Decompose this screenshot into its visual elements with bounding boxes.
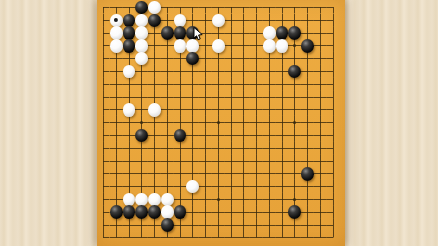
intersection[interactable]: [97, 1, 110, 14]
intersection[interactable]: [135, 155, 148, 168]
intersection[interactable]: [327, 180, 340, 193]
intersection[interactable]: [161, 103, 174, 116]
intersection[interactable]: [263, 65, 276, 78]
intersection[interactable]: [199, 193, 212, 206]
intersection[interactable]: [276, 65, 289, 78]
intersection[interactable]: [148, 129, 161, 142]
intersection[interactable]: [186, 14, 199, 27]
intersection[interactable]: [97, 231, 110, 244]
intersection[interactable]: [186, 180, 199, 193]
intersection[interactable]: [327, 116, 340, 129]
intersection[interactable]: [237, 39, 250, 52]
intersection[interactable]: [123, 103, 136, 116]
intersection[interactable]: [288, 1, 301, 14]
intersection[interactable]: [301, 91, 314, 104]
intersection[interactable]: [135, 91, 148, 104]
intersection[interactable]: [237, 193, 250, 206]
intersection[interactable]: [161, 91, 174, 104]
intersection[interactable]: [212, 14, 225, 27]
intersection[interactable]: [250, 91, 263, 104]
intersection[interactable]: [314, 52, 327, 65]
intersection[interactable]: [97, 78, 110, 91]
intersection[interactable]: [237, 27, 250, 40]
intersection[interactable]: [97, 116, 110, 129]
intersection[interactable]: [186, 103, 199, 116]
intersection[interactable]: [174, 155, 187, 168]
intersection[interactable]: [250, 116, 263, 129]
intersection[interactable]: [110, 116, 123, 129]
intersection[interactable]: [225, 219, 238, 232]
intersection[interactable]: [199, 14, 212, 27]
intersection[interactable]: [174, 1, 187, 14]
intersection[interactable]: [186, 1, 199, 14]
intersection[interactable]: [263, 206, 276, 219]
intersection[interactable]: [97, 129, 110, 142]
intersection[interactable]: [174, 14, 187, 27]
intersection[interactable]: [212, 231, 225, 244]
intersection[interactable]: [161, 155, 174, 168]
intersection[interactable]: [97, 103, 110, 116]
intersection[interactable]: [263, 142, 276, 155]
intersection[interactable]: [276, 27, 289, 40]
intersection[interactable]: [276, 52, 289, 65]
intersection[interactable]: [237, 206, 250, 219]
intersection[interactable]: [250, 103, 263, 116]
intersection[interactable]: [212, 116, 225, 129]
intersection[interactable]: [174, 27, 187, 40]
intersection[interactable]: [250, 193, 263, 206]
intersection[interactable]: [212, 27, 225, 40]
intersection[interactable]: [250, 206, 263, 219]
intersection[interactable]: [123, 27, 136, 40]
intersection[interactable]: [110, 193, 123, 206]
intersection[interactable]: [288, 91, 301, 104]
intersection[interactable]: [110, 219, 123, 232]
intersection[interactable]: [186, 65, 199, 78]
intersection[interactable]: [301, 206, 314, 219]
intersection[interactable]: [263, 103, 276, 116]
intersection[interactable]: [288, 231, 301, 244]
intersection[interactable]: [123, 155, 136, 168]
intersection[interactable]: [250, 52, 263, 65]
intersection[interactable]: [288, 39, 301, 52]
intersection[interactable]: [148, 142, 161, 155]
intersection[interactable]: [199, 1, 212, 14]
intersection[interactable]: [288, 167, 301, 180]
intersection[interactable]: [276, 231, 289, 244]
intersection[interactable]: [250, 167, 263, 180]
intersection[interactable]: [327, 1, 340, 14]
intersection[interactable]: [148, 1, 161, 14]
intersection[interactable]: [148, 155, 161, 168]
intersection[interactable]: [199, 52, 212, 65]
intersection[interactable]: [110, 167, 123, 180]
intersection[interactable]: [237, 78, 250, 91]
intersection[interactable]: [250, 155, 263, 168]
intersection[interactable]: [212, 78, 225, 91]
intersection[interactable]: [263, 91, 276, 104]
intersection[interactable]: [161, 65, 174, 78]
intersection[interactable]: [174, 231, 187, 244]
intersection[interactable]: [250, 219, 263, 232]
intersection[interactable]: [327, 52, 340, 65]
intersection[interactable]: [276, 103, 289, 116]
intersection[interactable]: [174, 129, 187, 142]
intersection[interactable]: [97, 91, 110, 104]
intersection[interactable]: [135, 39, 148, 52]
intersection[interactable]: [327, 103, 340, 116]
intersection[interactable]: [314, 180, 327, 193]
intersection[interactable]: [237, 91, 250, 104]
intersection[interactable]: [161, 14, 174, 27]
intersection[interactable]: [237, 167, 250, 180]
intersection[interactable]: [199, 103, 212, 116]
intersection[interactable]: [250, 1, 263, 14]
intersection[interactable]: [314, 142, 327, 155]
intersection[interactable]: [123, 231, 136, 244]
intersection[interactable]: [250, 65, 263, 78]
intersection[interactable]: [301, 27, 314, 40]
intersection[interactable]: [174, 206, 187, 219]
intersection[interactable]: [314, 1, 327, 14]
intersection[interactable]: [263, 219, 276, 232]
intersection[interactable]: [212, 1, 225, 14]
intersection[interactable]: [212, 219, 225, 232]
intersection[interactable]: [212, 65, 225, 78]
intersection[interactable]: [135, 167, 148, 180]
intersection[interactable]: [263, 155, 276, 168]
intersection[interactable]: [135, 180, 148, 193]
intersection[interactable]: [97, 219, 110, 232]
intersection[interactable]: [148, 167, 161, 180]
intersection[interactable]: [110, 142, 123, 155]
intersection[interactable]: [212, 180, 225, 193]
intersection[interactable]: [123, 167, 136, 180]
intersection[interactable]: [212, 193, 225, 206]
intersection[interactable]: [174, 91, 187, 104]
intersection[interactable]: [199, 65, 212, 78]
intersection[interactable]: [110, 27, 123, 40]
intersection[interactable]: [276, 206, 289, 219]
intersection[interactable]: [174, 142, 187, 155]
intersection[interactable]: [263, 14, 276, 27]
intersection[interactable]: [123, 206, 136, 219]
intersection[interactable]: [276, 39, 289, 52]
intersection[interactable]: [110, 155, 123, 168]
intersection[interactable]: [237, 231, 250, 244]
intersection[interactable]: [110, 231, 123, 244]
intersection[interactable]: [288, 78, 301, 91]
intersection[interactable]: [161, 78, 174, 91]
intersection[interactable]: [237, 103, 250, 116]
intersection[interactable]: [161, 142, 174, 155]
intersection[interactable]: [237, 142, 250, 155]
intersection[interactable]: [199, 155, 212, 168]
intersection[interactable]: [276, 167, 289, 180]
intersection[interactable]: [97, 155, 110, 168]
intersection[interactable]: [186, 167, 199, 180]
intersection[interactable]: [301, 103, 314, 116]
intersection[interactable]: [225, 155, 238, 168]
intersection[interactable]: [225, 206, 238, 219]
intersection[interactable]: [186, 206, 199, 219]
intersection[interactable]: [148, 65, 161, 78]
intersection[interactable]: [276, 129, 289, 142]
intersection[interactable]: [237, 180, 250, 193]
intersection[interactable]: [212, 167, 225, 180]
intersection[interactable]: [110, 65, 123, 78]
intersection[interactable]: [237, 219, 250, 232]
intersection[interactable]: [174, 180, 187, 193]
intersection[interactable]: [301, 14, 314, 27]
intersection[interactable]: [301, 52, 314, 65]
intersection[interactable]: [135, 52, 148, 65]
intersection[interactable]: [135, 27, 148, 40]
intersection[interactable]: [135, 231, 148, 244]
intersection[interactable]: [135, 65, 148, 78]
intersection[interactable]: [97, 193, 110, 206]
intersection[interactable]: [123, 91, 136, 104]
intersection[interactable]: [110, 52, 123, 65]
intersection[interactable]: [161, 231, 174, 244]
intersection[interactable]: [263, 193, 276, 206]
intersection[interactable]: [174, 116, 187, 129]
intersection[interactable]: [225, 52, 238, 65]
intersection[interactable]: [161, 129, 174, 142]
intersection[interactable]: [161, 167, 174, 180]
intersection[interactable]: [327, 155, 340, 168]
intersection[interactable]: [212, 91, 225, 104]
intersection[interactable]: [174, 78, 187, 91]
intersection[interactable]: [288, 116, 301, 129]
intersection[interactable]: [237, 52, 250, 65]
intersection[interactable]: [97, 142, 110, 155]
intersection[interactable]: [225, 91, 238, 104]
intersection[interactable]: [276, 142, 289, 155]
intersection[interactable]: [288, 103, 301, 116]
intersection[interactable]: [250, 78, 263, 91]
intersection[interactable]: [110, 39, 123, 52]
intersection[interactable]: [327, 39, 340, 52]
intersection[interactable]: [199, 142, 212, 155]
intersection[interactable]: [123, 193, 136, 206]
intersection[interactable]: [123, 14, 136, 27]
intersection[interactable]: [148, 91, 161, 104]
intersection[interactable]: [314, 116, 327, 129]
intersection[interactable]: [225, 27, 238, 40]
intersection[interactable]: [301, 116, 314, 129]
intersection[interactable]: [276, 78, 289, 91]
intersection[interactable]: [186, 193, 199, 206]
intersection[interactable]: [135, 1, 148, 14]
intersection[interactable]: [301, 78, 314, 91]
intersection[interactable]: [135, 78, 148, 91]
intersection[interactable]: [288, 129, 301, 142]
intersection[interactable]: [288, 180, 301, 193]
intersection[interactable]: [237, 129, 250, 142]
intersection[interactable]: [301, 180, 314, 193]
intersection[interactable]: [314, 167, 327, 180]
intersection[interactable]: [174, 103, 187, 116]
intersection[interactable]: [263, 39, 276, 52]
intersection[interactable]: [314, 91, 327, 104]
intersection[interactable]: [225, 65, 238, 78]
intersection[interactable]: [174, 219, 187, 232]
intersection[interactable]: [148, 52, 161, 65]
intersection[interactable]: [225, 103, 238, 116]
intersection[interactable]: [301, 231, 314, 244]
intersection[interactable]: [123, 65, 136, 78]
intersection[interactable]: [301, 193, 314, 206]
intersection[interactable]: [199, 116, 212, 129]
intersection[interactable]: [314, 193, 327, 206]
intersection[interactable]: [212, 206, 225, 219]
intersection[interactable]: [199, 219, 212, 232]
intersection[interactable]: [199, 180, 212, 193]
intersection[interactable]: [327, 142, 340, 155]
intersection[interactable]: [288, 155, 301, 168]
intersection[interactable]: [123, 142, 136, 155]
intersection[interactable]: [186, 52, 199, 65]
intersection[interactable]: [288, 65, 301, 78]
intersection[interactable]: [250, 39, 263, 52]
intersection[interactable]: [148, 78, 161, 91]
intersection[interactable]: [110, 103, 123, 116]
intersection[interactable]: [174, 52, 187, 65]
intersection[interactable]: [327, 14, 340, 27]
intersection[interactable]: [225, 180, 238, 193]
intersection[interactable]: [263, 167, 276, 180]
intersection[interactable]: [250, 180, 263, 193]
intersection[interactable]: [186, 231, 199, 244]
intersection[interactable]: [186, 116, 199, 129]
intersection[interactable]: [186, 91, 199, 104]
intersection[interactable]: [327, 78, 340, 91]
intersection[interactable]: [148, 103, 161, 116]
intersection[interactable]: [250, 27, 263, 40]
intersection[interactable]: [327, 193, 340, 206]
intersection[interactable]: [123, 219, 136, 232]
intersection[interactable]: [161, 193, 174, 206]
intersection[interactable]: [314, 129, 327, 142]
intersection[interactable]: [250, 142, 263, 155]
intersection[interactable]: [276, 116, 289, 129]
intersection[interactable]: [186, 155, 199, 168]
intersection[interactable]: [110, 206, 123, 219]
intersection[interactable]: [199, 167, 212, 180]
intersection[interactable]: [225, 39, 238, 52]
intersection[interactable]: [276, 91, 289, 104]
intersection[interactable]: [225, 116, 238, 129]
intersection[interactable]: [212, 39, 225, 52]
intersection[interactable]: [301, 1, 314, 14]
intersection[interactable]: [123, 78, 136, 91]
intersection[interactable]: [148, 193, 161, 206]
intersection[interactable]: [237, 65, 250, 78]
intersection[interactable]: [263, 129, 276, 142]
intersection[interactable]: [186, 78, 199, 91]
intersection[interactable]: [276, 180, 289, 193]
intersection[interactable]: [110, 14, 123, 27]
intersection[interactable]: [212, 129, 225, 142]
intersection[interactable]: [237, 1, 250, 14]
intersection[interactable]: [263, 1, 276, 14]
intersection[interactable]: [148, 116, 161, 129]
intersection[interactable]: [186, 142, 199, 155]
intersection[interactable]: [314, 103, 327, 116]
intersection[interactable]: [97, 206, 110, 219]
intersection[interactable]: [174, 167, 187, 180]
intersection[interactable]: [161, 52, 174, 65]
intersection[interactable]: [301, 219, 314, 232]
intersection[interactable]: [199, 231, 212, 244]
intersection[interactable]: [174, 65, 187, 78]
intersection[interactable]: [314, 27, 327, 40]
intersection[interactable]: [263, 52, 276, 65]
intersection[interactable]: [301, 155, 314, 168]
intersection[interactable]: [327, 27, 340, 40]
intersection[interactable]: [135, 193, 148, 206]
intersection[interactable]: [110, 78, 123, 91]
intersection[interactable]: [123, 116, 136, 129]
intersection[interactable]: [327, 129, 340, 142]
intersection[interactable]: [161, 180, 174, 193]
intersection[interactable]: [97, 39, 110, 52]
intersection[interactable]: [97, 27, 110, 40]
intersection[interactable]: [135, 129, 148, 142]
intersection[interactable]: [288, 193, 301, 206]
intersection[interactable]: [148, 180, 161, 193]
intersection[interactable]: [301, 129, 314, 142]
intersection[interactable]: [199, 91, 212, 104]
intersection[interactable]: [97, 167, 110, 180]
intersection[interactable]: [288, 27, 301, 40]
intersection[interactable]: [148, 219, 161, 232]
intersection[interactable]: [263, 116, 276, 129]
intersection[interactable]: [148, 14, 161, 27]
intersection[interactable]: [250, 231, 263, 244]
intersection[interactable]: [237, 14, 250, 27]
intersection[interactable]: [225, 142, 238, 155]
intersection[interactable]: [314, 231, 327, 244]
intersection[interactable]: [314, 14, 327, 27]
intersection[interactable]: [288, 14, 301, 27]
intersection[interactable]: [327, 167, 340, 180]
intersection[interactable]: [110, 1, 123, 14]
intersection[interactable]: [288, 219, 301, 232]
intersection[interactable]: [301, 142, 314, 155]
intersection[interactable]: [225, 193, 238, 206]
intersection[interactable]: [288, 142, 301, 155]
intersection[interactable]: [212, 103, 225, 116]
intersection[interactable]: [212, 52, 225, 65]
intersection[interactable]: [135, 142, 148, 155]
intersection[interactable]: [327, 231, 340, 244]
intersection[interactable]: [161, 206, 174, 219]
intersection[interactable]: [288, 52, 301, 65]
intersection[interactable]: [174, 193, 187, 206]
intersection[interactable]: [250, 14, 263, 27]
intersection[interactable]: [123, 1, 136, 14]
intersection[interactable]: [186, 219, 199, 232]
intersection[interactable]: [199, 78, 212, 91]
intersection[interactable]: [174, 39, 187, 52]
intersection[interactable]: [186, 129, 199, 142]
intersection[interactable]: [123, 129, 136, 142]
intersection[interactable]: [123, 52, 136, 65]
intersection[interactable]: [110, 91, 123, 104]
intersection[interactable]: [327, 65, 340, 78]
